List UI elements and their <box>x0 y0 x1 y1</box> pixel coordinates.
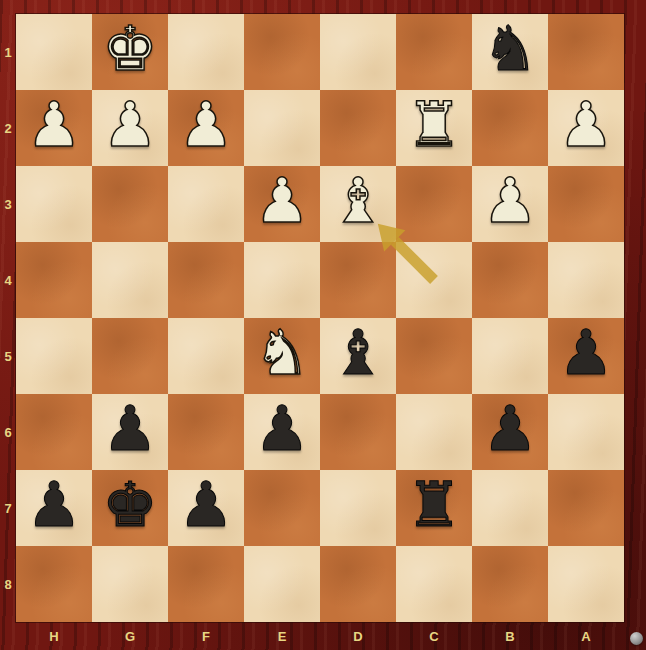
rank-labels: 12345678 <box>0 14 16 622</box>
square-b7[interactable] <box>472 470 548 546</box>
file-labels: HGFEDCBA <box>16 622 624 650</box>
square-d6[interactable] <box>320 394 396 470</box>
white-knight[interactable]: ♞ <box>254 322 310 384</box>
square-f2[interactable]: ♟ <box>168 90 244 166</box>
square-b3[interactable]: ♟ <box>472 166 548 242</box>
white-rook[interactable]: ♜ <box>406 94 462 156</box>
square-g1[interactable]: ♚ <box>92 14 168 90</box>
white-pawn[interactable]: ♟ <box>482 170 538 232</box>
rank-label-7: 7 <box>0 470 16 546</box>
square-e7[interactable] <box>244 470 320 546</box>
black-pawn[interactable]: ♟ <box>178 474 234 536</box>
rank-label-4: 4 <box>0 242 16 318</box>
square-g8[interactable] <box>92 546 168 622</box>
square-d4[interactable] <box>320 242 396 318</box>
square-h8[interactable] <box>16 546 92 622</box>
square-e5[interactable]: ♞ <box>244 318 320 394</box>
white-pawn[interactable]: ♟ <box>254 170 310 232</box>
black-king[interactable]: ♚ <box>102 474 158 536</box>
white-pawn[interactable]: ♟ <box>102 94 158 156</box>
square-h3[interactable] <box>16 166 92 242</box>
square-f7[interactable]: ♟ <box>168 470 244 546</box>
square-h7[interactable]: ♟ <box>16 470 92 546</box>
white-pawn[interactable]: ♟ <box>558 94 614 156</box>
white-pawn[interactable]: ♟ <box>26 94 82 156</box>
white-king[interactable]: ♚ <box>102 18 158 80</box>
square-h6[interactable] <box>16 394 92 470</box>
rank-label-6: 6 <box>0 394 16 470</box>
square-e8[interactable] <box>244 546 320 622</box>
black-knight[interactable]: ♞ <box>482 18 538 80</box>
square-b1[interactable]: ♞ <box>472 14 548 90</box>
square-b4[interactable] <box>472 242 548 318</box>
square-d3[interactable]: ♝ <box>320 166 396 242</box>
file-label-c: C <box>396 622 472 650</box>
square-d5[interactable]: ♝ <box>320 318 396 394</box>
square-c7[interactable]: ♜ <box>396 470 472 546</box>
square-f5[interactable] <box>168 318 244 394</box>
square-h4[interactable] <box>16 242 92 318</box>
black-pawn[interactable]: ♟ <box>558 322 614 384</box>
square-h2[interactable]: ♟ <box>16 90 92 166</box>
white-bishop[interactable]: ♝ <box>330 170 386 232</box>
file-label-e: E <box>244 622 320 650</box>
white-pawn[interactable]: ♟ <box>178 94 234 156</box>
square-g6[interactable]: ♟ <box>92 394 168 470</box>
square-e1[interactable] <box>244 14 320 90</box>
rank-label-3: 3 <box>0 166 16 242</box>
square-a7[interactable] <box>548 470 624 546</box>
square-f8[interactable] <box>168 546 244 622</box>
square-g4[interactable] <box>92 242 168 318</box>
square-g3[interactable] <box>92 166 168 242</box>
square-b5[interactable] <box>472 318 548 394</box>
rank-label-1: 1 <box>0 14 16 90</box>
square-e6[interactable]: ♟ <box>244 394 320 470</box>
file-label-d: D <box>320 622 396 650</box>
rank-label-8: 8 <box>0 546 16 622</box>
square-b2[interactable] <box>472 90 548 166</box>
corner-handle[interactable] <box>630 632 643 645</box>
file-label-b: B <box>472 622 548 650</box>
black-rook[interactable]: ♜ <box>406 474 462 536</box>
file-label-h: H <box>16 622 92 650</box>
square-g7[interactable]: ♚ <box>92 470 168 546</box>
square-b8[interactable] <box>472 546 548 622</box>
square-c3[interactable] <box>396 166 472 242</box>
square-f6[interactable] <box>168 394 244 470</box>
square-f1[interactable] <box>168 14 244 90</box>
square-c1[interactable] <box>396 14 472 90</box>
square-e4[interactable] <box>244 242 320 318</box>
square-a8[interactable] <box>548 546 624 622</box>
square-d8[interactable] <box>320 546 396 622</box>
square-a5[interactable]: ♟ <box>548 318 624 394</box>
square-a2[interactable]: ♟ <box>548 90 624 166</box>
square-h1[interactable] <box>16 14 92 90</box>
square-a4[interactable] <box>548 242 624 318</box>
square-a6[interactable] <box>548 394 624 470</box>
square-c6[interactable] <box>396 394 472 470</box>
square-b6[interactable]: ♟ <box>472 394 548 470</box>
square-d7[interactable] <box>320 470 396 546</box>
rank-label-2: 2 <box>0 90 16 166</box>
square-d1[interactable] <box>320 14 396 90</box>
square-c5[interactable] <box>396 318 472 394</box>
black-bishop[interactable]: ♝ <box>330 322 386 384</box>
square-a3[interactable] <box>548 166 624 242</box>
square-a1[interactable] <box>548 14 624 90</box>
square-d2[interactable] <box>320 90 396 166</box>
square-c2[interactable]: ♜ <box>396 90 472 166</box>
square-c8[interactable] <box>396 546 472 622</box>
square-g2[interactable]: ♟ <box>92 90 168 166</box>
rank-label-5: 5 <box>0 318 16 394</box>
black-pawn[interactable]: ♟ <box>26 474 82 536</box>
chess-board-app: ♚♞♟♟♟♜♟♟♝♟♞♝♟♟♟♟♟♚♟♜ 12345678 HGFEDCBA <box>0 0 646 650</box>
file-label-a: A <box>548 622 624 650</box>
square-h5[interactable] <box>16 318 92 394</box>
square-e2[interactable] <box>244 90 320 166</box>
black-pawn[interactable]: ♟ <box>102 398 158 460</box>
square-g5[interactable] <box>92 318 168 394</box>
square-c4[interactable] <box>396 242 472 318</box>
square-e3[interactable]: ♟ <box>244 166 320 242</box>
square-f4[interactable] <box>168 242 244 318</box>
black-pawn[interactable]: ♟ <box>254 398 310 460</box>
black-pawn[interactable]: ♟ <box>482 398 538 460</box>
chess-board: ♚♞♟♟♟♜♟♟♝♟♞♝♟♟♟♟♟♚♟♜ <box>16 14 624 622</box>
square-f3[interactable] <box>168 166 244 242</box>
file-label-g: G <box>92 622 168 650</box>
file-label-f: F <box>168 622 244 650</box>
